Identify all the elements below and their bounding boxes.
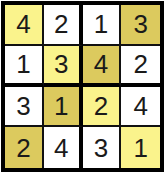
cell-r4c1[interactable]: 2: [5, 127, 44, 168]
cell-r4c3[interactable]: 3: [83, 127, 122, 168]
cell-r1c3[interactable]: 1: [83, 5, 122, 46]
cell-r1c2[interactable]: 2: [44, 5, 83, 46]
cell-r2c2[interactable]: 3: [44, 46, 83, 87]
cell-r4c4[interactable]: 1: [121, 127, 160, 168]
cell-r3c4[interactable]: 4: [121, 87, 160, 128]
cell-r1c1[interactable]: 4: [5, 5, 44, 46]
sudoku-board: 4 2 1 3 1 3 4 2 3 1 2 4 2 4 3 1: [1, 1, 164, 172]
cell-r2c1[interactable]: 1: [5, 46, 44, 87]
cell-r2c3[interactable]: 4: [83, 46, 122, 87]
cell-r3c1[interactable]: 3: [5, 87, 44, 128]
cell-r4c2[interactable]: 4: [44, 127, 83, 168]
cell-r3c2[interactable]: 1: [44, 87, 83, 128]
cell-r2c4[interactable]: 2: [121, 46, 160, 87]
cell-r3c3[interactable]: 2: [83, 87, 122, 128]
cell-r1c4[interactable]: 3: [121, 5, 160, 46]
